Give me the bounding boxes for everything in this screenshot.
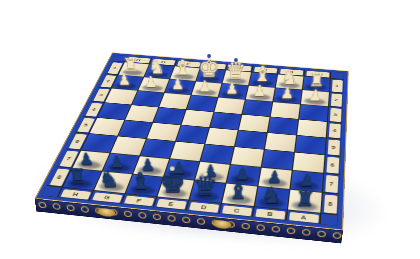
square-e4[interactable] (182, 109, 214, 126)
product-photo-stage: HGFEDCBA1♜♞♝♚♛♝♞♜12♟♟♟♟♟♟♟♟2334455667♟♟♟… (0, 0, 420, 259)
pawn-glyph: ♟ (298, 87, 332, 104)
square-e5[interactable] (176, 125, 209, 143)
coordinate-text: D (189, 201, 219, 212)
brass-clasp (97, 207, 115, 217)
file-label-c: C (220, 203, 254, 216)
coordinate-text: 2 (330, 93, 341, 106)
board-grid: HGFEDCBA1♜♞♝♚♛♝♞♜12♟♟♟♟♟♟♟♟2334455667♟♟♟… (42, 54, 344, 225)
queen-finial-accent (203, 171, 208, 176)
piece-white-pawn-a2[interactable]: ♟ (298, 87, 332, 104)
coordinate-text: A (289, 211, 319, 222)
rank-label-1: 1 (330, 78, 344, 92)
square-d3[interactable] (214, 97, 244, 114)
square-b5[interactable] (265, 132, 296, 151)
coordinate-text: 7 (325, 174, 338, 192)
coordinate-text: H (60, 188, 91, 198)
square-f5[interactable] (147, 122, 180, 140)
coordinate-text: 5 (327, 139, 339, 155)
square-c3[interactable] (242, 99, 272, 116)
coordinate-text: E (156, 198, 186, 209)
coordinate-text: B (255, 208, 285, 219)
square-a3[interactable] (299, 104, 328, 121)
rank-label-5: 5 (75, 116, 96, 133)
square-d5[interactable] (205, 127, 237, 146)
rank-label-2: 2 (329, 92, 343, 107)
brass-clasp (213, 219, 231, 229)
coordinate-text: 3 (329, 107, 341, 121)
rank-label-4: 4 (327, 122, 342, 139)
square-b4[interactable] (268, 117, 298, 135)
king-finial-accent (207, 53, 211, 57)
king-finial-accent (170, 166, 175, 171)
coordinate-text: 5 (77, 117, 95, 132)
square-f4[interactable] (153, 107, 185, 124)
coordinate-text: 6 (326, 156, 339, 173)
coordinate-text: C (222, 204, 252, 215)
square-c4[interactable] (239, 114, 270, 132)
square-a5[interactable] (295, 135, 326, 154)
square-d4[interactable] (210, 112, 241, 129)
frame-corner (321, 213, 338, 225)
coordinate-text: 8 (323, 194, 337, 213)
queen-finial-accent (234, 58, 238, 62)
square-a6[interactable] (293, 152, 325, 172)
square-c5[interactable] (235, 130, 267, 149)
coordinate-text: 1 (331, 79, 342, 92)
piece-black-rook-a8[interactable]: ♜ (285, 187, 326, 210)
rook-glyph: ♜ (285, 187, 326, 210)
file-label-a: A (287, 210, 321, 224)
coordinate-text: F (124, 195, 154, 206)
coordinate-text: G (92, 191, 123, 201)
square-a8[interactable]: ♜ (288, 189, 322, 212)
square-g4[interactable] (125, 105, 158, 122)
rank-label-3: 3 (328, 106, 343, 122)
square-a2[interactable]: ♟ (301, 90, 329, 106)
chess-board: HGFEDCBA1♜♞♝♚♛♝♞♜12♟♟♟♟♟♟♟♟2334455667♟♟♟… (35, 52, 349, 230)
coordinate-text: 4 (328, 122, 340, 137)
square-e3[interactable] (187, 95, 218, 111)
square-g3[interactable] (132, 90, 164, 106)
square-b3[interactable] (271, 102, 300, 119)
rank-label-5: 5 (326, 138, 342, 156)
square-f3[interactable] (159, 93, 190, 109)
square-g5[interactable] (118, 120, 152, 138)
square-a4[interactable] (297, 119, 327, 137)
